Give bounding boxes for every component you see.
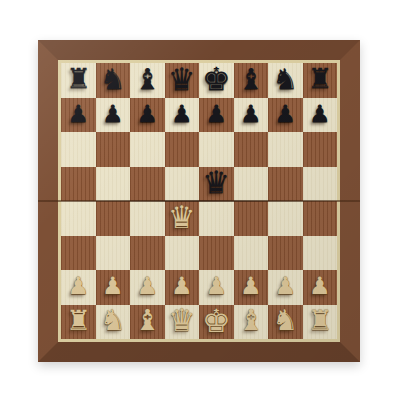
square-c6[interactable] xyxy=(130,132,165,167)
piece-black-knight: ♞ xyxy=(100,65,126,94)
piece-white-knight: ♞ xyxy=(100,306,126,335)
square-h2[interactable]: ♟ xyxy=(303,270,338,305)
square-a1[interactable]: ♜ xyxy=(61,305,96,340)
square-d3[interactable] xyxy=(165,236,200,271)
square-a7[interactable]: ♟ xyxy=(61,98,96,133)
square-c8[interactable]: ♝ xyxy=(130,63,165,98)
piece-white-pawn: ♟ xyxy=(67,274,89,298)
piece-black-pawn: ♟ xyxy=(274,102,296,126)
piece-black-rook: ♜ xyxy=(307,65,332,93)
square-d4[interactable]: ♛ xyxy=(165,201,200,236)
piece-white-pawn: ♟ xyxy=(136,274,158,298)
square-d7[interactable]: ♟ xyxy=(165,98,200,133)
piece-black-pawn: ♟ xyxy=(67,102,89,126)
square-e8[interactable]: ♚ xyxy=(199,63,234,98)
square-c5[interactable] xyxy=(130,167,165,202)
square-d1[interactable]: ♛ xyxy=(165,305,200,340)
piece-white-pawn: ♟ xyxy=(274,274,296,298)
square-e4[interactable] xyxy=(199,201,234,236)
square-f4[interactable] xyxy=(234,201,269,236)
square-c3[interactable] xyxy=(130,236,165,271)
square-e3[interactable] xyxy=(199,236,234,271)
square-c1[interactable]: ♝ xyxy=(130,305,165,340)
square-b4[interactable] xyxy=(96,201,131,236)
piece-black-bishop: ♝ xyxy=(134,65,160,94)
square-h8[interactable]: ♜ xyxy=(303,63,338,98)
piece-white-king: ♚ xyxy=(202,305,231,337)
piece-white-bishop: ♝ xyxy=(238,306,264,335)
piece-white-pawn: ♟ xyxy=(205,274,227,298)
piece-black-knight: ♞ xyxy=(272,65,298,94)
square-f1[interactable]: ♝ xyxy=(234,305,269,340)
piece-black-pawn: ♟ xyxy=(240,102,262,126)
piece-black-pawn: ♟ xyxy=(309,102,331,126)
square-a6[interactable] xyxy=(61,132,96,167)
chess-board: ♜♞♝♛♚♝♞♜♟♟♟♟♟♟♟♟♛♛♟♟♟♟♟♟♟♟♜♞♝♛♚♝♞♜ xyxy=(38,40,360,362)
square-g6[interactable] xyxy=(268,132,303,167)
square-g5[interactable] xyxy=(268,167,303,202)
square-h5[interactable] xyxy=(303,167,338,202)
square-h4[interactable] xyxy=(303,201,338,236)
piece-white-knight: ♞ xyxy=(272,306,298,335)
piece-white-rook: ♜ xyxy=(307,307,332,335)
square-g2[interactable]: ♟ xyxy=(268,270,303,305)
piece-white-pawn: ♟ xyxy=(171,274,193,298)
square-c2[interactable]: ♟ xyxy=(130,270,165,305)
square-f7[interactable]: ♟ xyxy=(234,98,269,133)
square-a8[interactable]: ♜ xyxy=(61,63,96,98)
square-b7[interactable]: ♟ xyxy=(96,98,131,133)
piece-black-queen: ♛ xyxy=(168,64,196,95)
square-g3[interactable] xyxy=(268,236,303,271)
square-f3[interactable] xyxy=(234,236,269,271)
piece-white-pawn: ♟ xyxy=(309,274,331,298)
square-d6[interactable] xyxy=(165,132,200,167)
square-b2[interactable]: ♟ xyxy=(96,270,131,305)
piece-black-pawn: ♟ xyxy=(205,102,227,126)
square-f8[interactable]: ♝ xyxy=(234,63,269,98)
piece-black-pawn: ♟ xyxy=(102,102,124,126)
square-g1[interactable]: ♞ xyxy=(268,305,303,340)
square-a4[interactable] xyxy=(61,201,96,236)
piece-white-queen: ♛ xyxy=(168,202,196,233)
square-e2[interactable]: ♟ xyxy=(199,270,234,305)
square-e1[interactable]: ♚ xyxy=(199,305,234,340)
square-g8[interactable]: ♞ xyxy=(268,63,303,98)
piece-black-pawn: ♟ xyxy=(136,102,158,126)
photo-stage: ♜♞♝♛♚♝♞♜♟♟♟♟♟♟♟♟♛♛♟♟♟♟♟♟♟♟♜♞♝♛♚♝♞♜ xyxy=(0,0,400,400)
piece-black-rook: ♜ xyxy=(66,65,91,93)
playing-area: ♜♞♝♛♚♝♞♜♟♟♟♟♟♟♟♟♛♛♟♟♟♟♟♟♟♟♜♞♝♛♚♝♞♜ xyxy=(61,63,337,339)
square-h7[interactable]: ♟ xyxy=(303,98,338,133)
piece-black-bishop: ♝ xyxy=(238,65,264,94)
piece-white-pawn: ♟ xyxy=(240,274,262,298)
square-b5[interactable] xyxy=(96,167,131,202)
square-d2[interactable]: ♟ xyxy=(165,270,200,305)
square-b3[interactable] xyxy=(96,236,131,271)
piece-black-king: ♚ xyxy=(202,63,231,95)
square-d5[interactable] xyxy=(165,167,200,202)
square-b1[interactable]: ♞ xyxy=(96,305,131,340)
piece-white-queen: ♛ xyxy=(168,305,196,336)
piece-black-pawn: ♟ xyxy=(171,102,193,126)
piece-white-rook: ♜ xyxy=(66,307,91,335)
square-f5[interactable] xyxy=(234,167,269,202)
square-f2[interactable]: ♟ xyxy=(234,270,269,305)
square-c4[interactable] xyxy=(130,201,165,236)
square-b8[interactable]: ♞ xyxy=(96,63,131,98)
square-a5[interactable] xyxy=(61,167,96,202)
square-c7[interactable]: ♟ xyxy=(130,98,165,133)
square-f6[interactable] xyxy=(234,132,269,167)
square-e5[interactable]: ♛ xyxy=(199,167,234,202)
square-e6[interactable] xyxy=(199,132,234,167)
square-a2[interactable]: ♟ xyxy=(61,270,96,305)
square-e7[interactable]: ♟ xyxy=(199,98,234,133)
square-h1[interactable]: ♜ xyxy=(303,305,338,340)
piece-white-pawn: ♟ xyxy=(102,274,124,298)
square-g4[interactable] xyxy=(268,201,303,236)
square-d8[interactable]: ♛ xyxy=(165,63,200,98)
square-h6[interactable] xyxy=(303,132,338,167)
piece-white-bishop: ♝ xyxy=(134,306,160,335)
square-b6[interactable] xyxy=(96,132,131,167)
piece-black-queen: ♛ xyxy=(202,167,230,198)
square-h3[interactable] xyxy=(303,236,338,271)
square-a3[interactable] xyxy=(61,236,96,271)
square-g7[interactable]: ♟ xyxy=(268,98,303,133)
